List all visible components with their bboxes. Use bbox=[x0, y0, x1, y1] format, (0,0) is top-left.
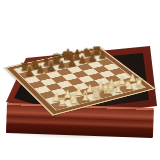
square-a4 bbox=[34, 86, 51, 94]
square-a1: ♜ bbox=[51, 101, 68, 109]
product-photo-chess-set: ♜♞♝♛♚♝♞♜♟♟♟♟♟♟♟♟♟♟♟♟♟♟♟♟♜♞♝♛♚♝♞♜ bbox=[0, 0, 160, 160]
